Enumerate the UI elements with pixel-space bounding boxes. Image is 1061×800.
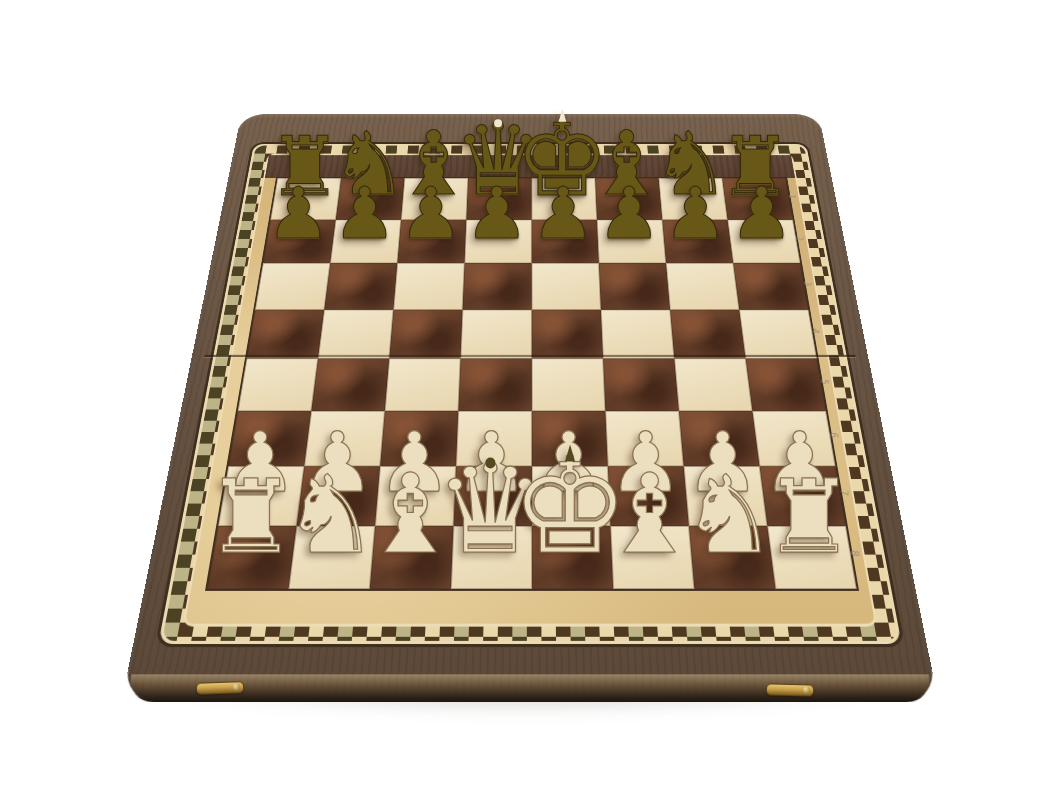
square-g4 <box>674 358 752 410</box>
piece-bP-c7: ♟ <box>399 178 463 249</box>
finial <box>494 119 502 127</box>
square-a5 <box>247 309 325 358</box>
square-h5 <box>739 309 817 358</box>
piece-bP-e7: ♟ <box>531 178 595 249</box>
square-c6 <box>393 263 464 309</box>
square-g6 <box>666 263 739 309</box>
piece-bP-h7: ♟ <box>730 178 794 249</box>
square-e6 <box>532 263 601 309</box>
piece-bP-g7: ♟ <box>664 178 728 249</box>
square-b5 <box>318 309 393 358</box>
brass-clasp-left <box>196 681 244 695</box>
brass-clasp-right <box>766 683 814 696</box>
square-e5 <box>532 309 603 358</box>
square-d6 <box>463 263 532 309</box>
square-d5 <box>461 309 532 358</box>
finial <box>558 109 566 122</box>
square-a6 <box>255 263 330 309</box>
photo-stage: 12345678 ♜♞♝♛♚♝♞♜♟♟♟♟♟♟♟♟♟♟♟♟♟♟♟♟♜♞♝♛♚♝♞… <box>0 0 1061 800</box>
piece-bP-a7: ♟ <box>267 178 331 249</box>
rank-label-4: 4 <box>810 324 820 338</box>
square-e4 <box>532 358 606 410</box>
rank-label-3: 3 <box>802 277 812 290</box>
square-f5 <box>601 309 674 358</box>
square-d4 <box>458 358 532 410</box>
square-h6 <box>733 263 808 309</box>
square-c4 <box>385 358 461 410</box>
square-h4 <box>746 358 826 410</box>
square-f6 <box>599 263 670 309</box>
finial <box>565 445 575 462</box>
square-a4 <box>238 358 318 410</box>
square-g5 <box>670 309 746 358</box>
piece-bP-d7: ♟ <box>465 178 529 249</box>
rank-label-5: 5 <box>819 374 830 389</box>
square-b4 <box>311 358 389 410</box>
piece-bP-f7: ♟ <box>597 178 661 249</box>
rank-label-2: 2 <box>795 233 805 245</box>
square-c5 <box>389 309 462 358</box>
square-b6 <box>324 263 397 309</box>
square-f4 <box>603 358 679 410</box>
piece-bP-b7: ♟ <box>333 178 397 249</box>
piece-wR-h1: ♜ <box>763 466 854 568</box>
finial <box>485 458 496 469</box>
fold-seam <box>204 355 855 357</box>
